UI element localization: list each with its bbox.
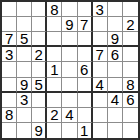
given-digit: 1	[50, 62, 58, 77]
given-digit: 1	[80, 123, 88, 138]
sudoku-cell-r2c6[interactable]: 7	[78, 17, 93, 32]
given-digit: 6	[126, 93, 134, 108]
sudoku-cell-r8c9[interactable]	[123, 108, 138, 123]
sudoku-cell-r1c7[interactable]: 3	[93, 2, 108, 17]
sudoku-cell-r9c4[interactable]	[47, 123, 62, 138]
sudoku-cell-r1c6[interactable]	[78, 2, 93, 17]
sudoku-cell-r5c9[interactable]	[123, 62, 138, 77]
sudoku-cell-r8c4[interactable]: 2	[47, 108, 62, 123]
sudoku-cell-r7c2[interactable]: 3	[17, 93, 32, 108]
sudoku-cell-r1c8[interactable]	[108, 2, 123, 17]
sudoku-cell-r7c3[interactable]	[32, 93, 47, 108]
sudoku-cell-r8c1[interactable]: 8	[2, 108, 17, 123]
sudoku-cell-r4c8[interactable]: 6	[108, 47, 123, 62]
sudoku-cell-r4c6[interactable]	[78, 47, 93, 62]
sudoku-cell-r5c1[interactable]	[2, 62, 17, 77]
sudoku-cell-r6c1[interactable]	[2, 78, 17, 93]
sudoku-cell-r9c5[interactable]	[62, 123, 77, 138]
given-digit: 9	[111, 32, 119, 46]
sudoku-cell-r3c2[interactable]: 5	[17, 32, 32, 47]
sudoku-cell-r2c1[interactable]	[2, 17, 17, 32]
sudoku-cell-r2c4[interactable]	[47, 17, 62, 32]
sudoku-cell-r4c3[interactable]: 2	[32, 47, 47, 62]
sudoku-cell-r8c6[interactable]	[78, 108, 93, 123]
sudoku-cell-r2c2[interactable]	[17, 17, 32, 32]
sudoku-cell-r7c6[interactable]	[78, 93, 93, 108]
given-digit: 9	[35, 123, 43, 138]
sudoku-cell-r1c1[interactable]	[2, 2, 17, 17]
given-digit: 8	[5, 108, 13, 123]
given-digit: 9	[20, 78, 28, 92]
sudoku-cell-r9c9[interactable]	[123, 123, 138, 138]
sudoku-cell-r3c9[interactable]	[123, 32, 138, 47]
sudoku-cell-r1c2[interactable]	[17, 2, 32, 17]
sudoku-cell-r3c5[interactable]	[62, 32, 77, 47]
sudoku-cell-r2c5[interactable]: 9	[62, 17, 77, 32]
given-digit: 4	[96, 78, 104, 92]
sudoku-cell-r9c1[interactable]	[2, 123, 17, 138]
given-digit: 4	[111, 93, 119, 108]
sudoku-cell-r2c7[interactable]	[93, 17, 108, 32]
sudoku-cell-r4c9[interactable]	[123, 47, 138, 62]
given-digit: 6	[111, 47, 119, 62]
sudoku-cell-r5c6[interactable]: 6	[78, 62, 93, 77]
sudoku-cell-r7c8[interactable]: 4	[108, 93, 123, 108]
sudoku-cell-r6c8[interactable]	[108, 78, 123, 93]
sudoku-cell-r8c8[interactable]	[108, 108, 123, 123]
sudoku-cell-r3c7[interactable]	[93, 32, 108, 47]
sudoku-cell-r2c9[interactable]: 2	[123, 17, 138, 32]
sudoku-cell-r7c9[interactable]: 6	[123, 93, 138, 108]
sudoku-cell-r3c1[interactable]: 7	[2, 32, 17, 47]
sudoku-cell-r5c5[interactable]	[62, 62, 77, 77]
given-digit: 8	[50, 2, 58, 17]
given-digit: 6	[80, 62, 88, 77]
sudoku-cell-r6c4[interactable]	[47, 78, 62, 93]
given-digit: 2	[35, 47, 43, 62]
sudoku-cell-r9c3[interactable]: 9	[32, 123, 47, 138]
sudoku-cell-r6c7[interactable]: 4	[93, 78, 108, 93]
sudoku-cell-r1c4[interactable]: 8	[47, 2, 62, 17]
sudoku-cell-r5c3[interactable]	[32, 62, 47, 77]
sudoku-board: 83972759327616954834682491	[0, 0, 140, 140]
sudoku-cell-r7c5[interactable]	[62, 93, 77, 108]
sudoku-cell-r4c1[interactable]: 3	[2, 47, 17, 62]
sudoku-cell-r4c7[interactable]: 7	[93, 47, 108, 62]
sudoku-cell-r3c6[interactable]	[78, 32, 93, 47]
sudoku-cell-r4c5[interactable]	[62, 47, 77, 62]
given-digit: 5	[20, 32, 28, 46]
sudoku-cell-r1c3[interactable]	[32, 2, 47, 17]
given-digit: 3	[20, 93, 28, 108]
sudoku-cell-r9c2[interactable]	[17, 123, 32, 138]
sudoku-cell-r8c7[interactable]	[93, 108, 108, 123]
sudoku-cell-r2c8[interactable]	[108, 17, 123, 32]
sudoku-cell-r9c6[interactable]: 1	[78, 123, 93, 138]
given-digit: 9	[65, 17, 73, 32]
sudoku-cell-r6c5[interactable]	[62, 78, 77, 93]
sudoku-cell-r4c2[interactable]	[17, 47, 32, 62]
sudoku-cell-r8c5[interactable]: 4	[62, 108, 77, 123]
sudoku-cell-r5c7[interactable]	[93, 62, 108, 77]
given-digit: 7	[96, 47, 104, 62]
sudoku-cell-r7c4[interactable]	[47, 93, 62, 108]
given-digit: 7	[80, 17, 88, 32]
sudoku-cell-r3c8[interactable]: 9	[108, 32, 123, 47]
given-digit: 4	[65, 108, 73, 123]
sudoku-cell-r1c5[interactable]	[62, 2, 77, 17]
given-digit: 3	[96, 2, 104, 17]
sudoku-cell-r4c4[interactable]	[47, 47, 62, 62]
sudoku-cell-r7c7[interactable]	[93, 93, 108, 108]
sudoku-cell-r1c9[interactable]	[123, 2, 138, 17]
given-digit: 3	[5, 47, 13, 62]
sudoku-cell-r8c3[interactable]	[32, 108, 47, 123]
given-digit: 2	[126, 17, 134, 32]
sudoku-cell-r6c6[interactable]	[78, 78, 93, 93]
sudoku-cell-r5c8[interactable]	[108, 62, 123, 77]
sudoku-cell-r6c9[interactable]: 8	[123, 78, 138, 93]
given-digit: 8	[126, 78, 134, 92]
sudoku-cell-r9c8[interactable]	[108, 123, 123, 138]
sudoku-cell-r7c1[interactable]	[2, 93, 17, 108]
sudoku-cell-r9c7[interactable]	[93, 123, 108, 138]
sudoku-cell-r6c2[interactable]: 9	[17, 78, 32, 93]
given-digit: 5	[35, 78, 43, 92]
sudoku-cell-r2c3[interactable]	[32, 17, 47, 32]
sudoku-cell-r5c2[interactable]	[17, 62, 32, 77]
given-digit: 2	[50, 108, 58, 123]
sudoku-cell-r3c3[interactable]	[32, 32, 47, 47]
sudoku-cell-r3c4[interactable]	[47, 32, 62, 47]
given-digit: 7	[5, 32, 13, 46]
sudoku-cell-r6c3[interactable]: 5	[32, 78, 47, 93]
sudoku-cell-r5c4[interactable]: 1	[47, 62, 62, 77]
sudoku-cell-r8c2[interactable]	[17, 108, 32, 123]
